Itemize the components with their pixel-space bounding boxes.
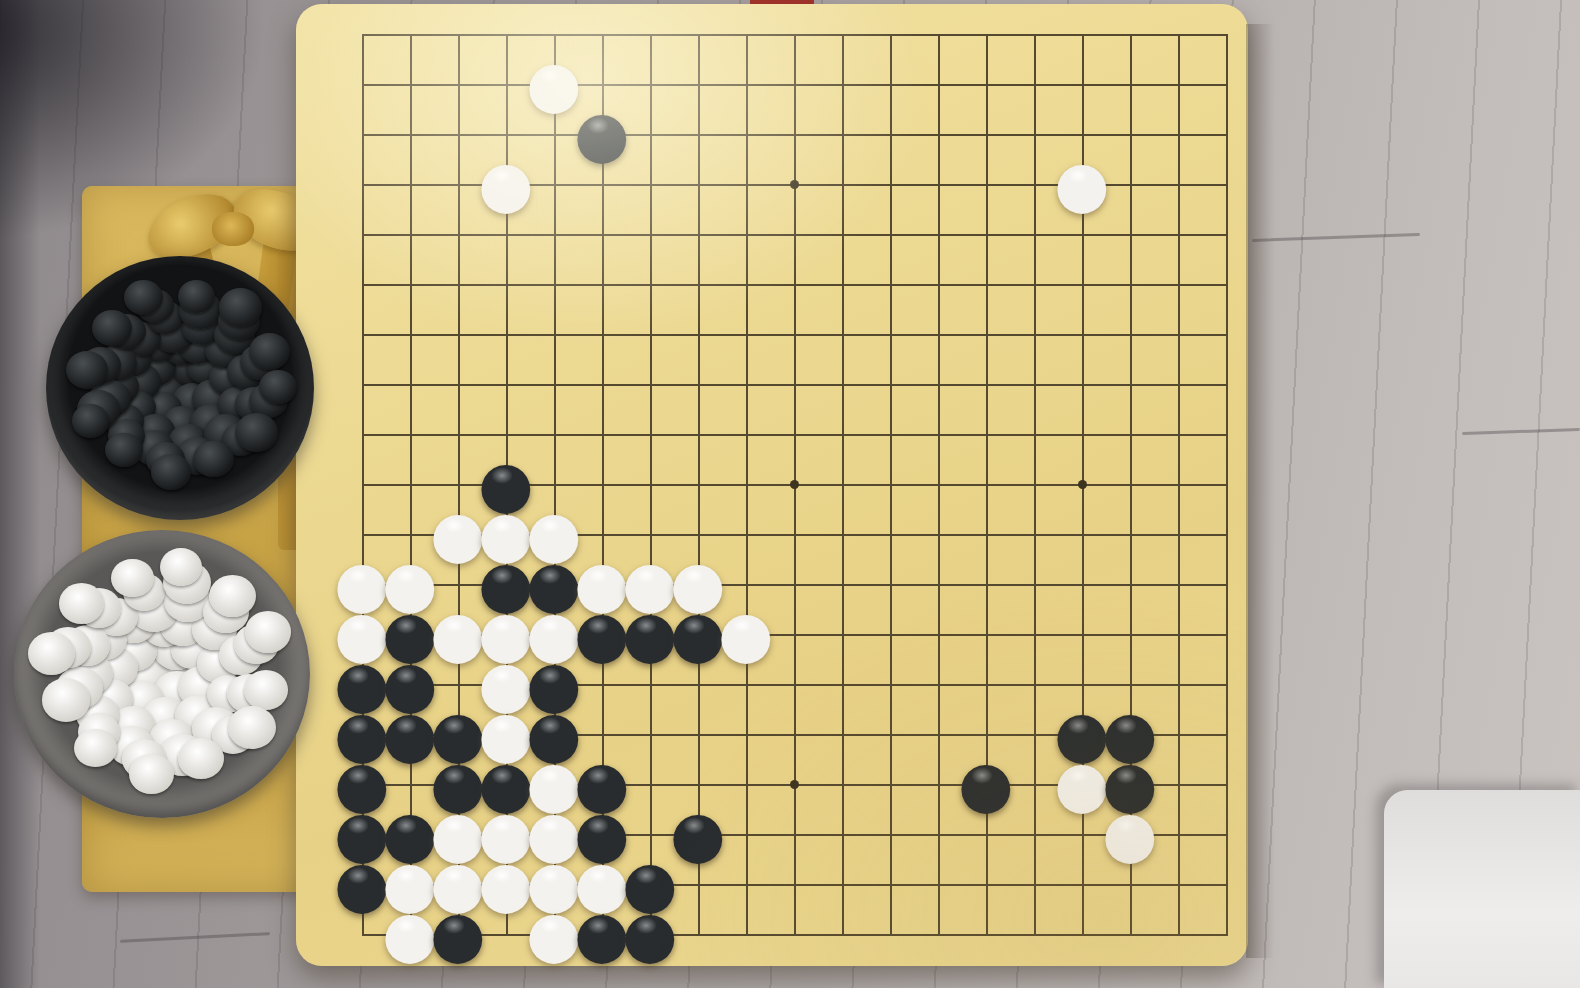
white-stone-highlight [491,867,513,884]
white-stone-highlight [491,517,513,534]
tray-stone [245,611,291,652]
go-stone-white: ● [531,61,577,107]
tray-stone [28,632,75,674]
go-stone-black: ● [963,761,1009,807]
black-stone-highlight [683,617,705,634]
black-stone-highlight [539,567,561,584]
white-stone-highlight [395,917,417,934]
black-stone-highlight [347,767,369,784]
tray-stone [259,370,297,404]
black-stone-highlight [347,667,369,684]
go-stone-black: ● [339,861,385,907]
go-stone-black: ● [387,711,433,757]
white-stone-highlight [491,667,513,684]
black-stone-highlight [491,467,513,484]
go-stone-black: ● [627,911,673,957]
go-stone-white: ● [435,611,481,657]
tray-stone [72,404,109,437]
white-stone-highlight [1067,167,1089,184]
go-stone-white: ● [1107,811,1153,857]
star-point [790,480,799,489]
black-stone-highlight [587,617,609,634]
white-stone-highlight [443,517,465,534]
white-stone-highlight [443,617,465,634]
white-stone-highlight [539,67,561,84]
black-stone-highlight [395,617,417,634]
go-stone-black: ● [579,611,625,657]
floor-plank-seam [1252,233,1420,242]
tray-stone [105,433,143,467]
black-stone-highlight [443,917,465,934]
black-stone-highlight [347,867,369,884]
tray-stone [74,729,117,768]
tray-stone [160,548,202,586]
black-stone-highlight [683,817,705,834]
black-stone-highlight [587,917,609,934]
black-stone-highlight [347,817,369,834]
black-stone-highlight [539,667,561,684]
white-stone-highlight [491,167,513,184]
white-stone-highlight [539,917,561,934]
white-stone-highlight [587,567,609,584]
white-stone-highlight [491,717,513,734]
white-stone-highlight [491,817,513,834]
tray-stone [209,575,256,617]
white-stone-highlight [539,617,561,634]
white-stone-highlight [587,867,609,884]
go-stone-black: ● [579,111,625,157]
tray-stone [235,413,278,452]
black-stone-highlight [635,867,657,884]
black-stone-highlight [587,117,609,134]
white-stone-highlight [1067,767,1089,784]
tray-stone [111,559,154,598]
go-stone-white: ● [1059,761,1105,807]
tray-stone [92,310,132,346]
go-stone-white: ● [1059,161,1105,207]
board-shadow [1246,24,1274,958]
go-stone-black: ● [579,911,625,957]
tray-stone [193,441,234,478]
black-stone-highlight [443,717,465,734]
tray-stone [151,454,191,490]
black-stone-highlight [587,767,609,784]
go-stone-black: ● [675,811,721,857]
star-point [790,780,799,789]
gift-bow-knot [212,212,254,246]
white-stone-highlight [347,567,369,584]
white-stone-highlight [635,567,657,584]
white-stone-highlight [539,817,561,834]
white-stone-highlight [395,567,417,584]
floor-plank-seam [120,932,270,943]
black-stone-highlight [1115,767,1137,784]
black-stone-highlight [635,917,657,934]
black-stone-highlight [971,767,993,784]
go-stone-black: ● [435,911,481,957]
white-panel [1384,790,1580,988]
black-stone-bowl [46,256,314,520]
go-board-grid: ●●●●●●●●●●●●●●●●●●●●●●●●●●●●●●●●●●●●●●●●… [362,34,1228,936]
tray-stone [42,678,90,721]
tray-stone [129,754,174,795]
black-stone-highlight [1067,717,1089,734]
black-stone-highlight [395,817,417,834]
black-stone-highlight [587,817,609,834]
tray-stone [124,280,163,315]
tray-stone [228,706,276,749]
white-stone-highlight [395,867,417,884]
white-stone-highlight [443,817,465,834]
tray-stone [178,738,224,779]
go-stone-white: ● [723,611,769,657]
white-stone-highlight [539,517,561,534]
go-stone-white: ● [435,511,481,557]
white-stone-highlight [539,767,561,784]
black-stone-highlight [491,567,513,584]
go-stone-white: ● [483,861,529,907]
white-stone-highlight [1115,817,1137,834]
tray-stone [66,351,108,389]
go-stone-black: ● [675,611,721,657]
white-stone-highlight [539,867,561,884]
go-stone-white: ● [483,161,529,207]
white-stone-highlight [491,617,513,634]
go-stone-white: ● [531,911,577,957]
star-point [790,180,799,189]
tray-stone [249,333,290,370]
black-stone-highlight [635,617,657,634]
black-stone-highlight [491,767,513,784]
black-stone-highlight [443,767,465,784]
tray-stone [59,583,104,624]
white-stone-highlight [731,617,753,634]
white-stone-bowl [14,530,310,818]
black-stone-highlight [1115,717,1137,734]
star-point [1078,480,1087,489]
black-stone-highlight [395,717,417,734]
photo-scene: ●●●●●●●●●●●●●●●●●●●●●●●●●●●●●●●●●●●●●●●●… [0,0,1580,988]
white-stone-highlight [347,617,369,634]
white-stones-heap [14,530,310,818]
go-board: ●●●●●●●●●●●●●●●●●●●●●●●●●●●●●●●●●●●●●●●●… [296,4,1248,966]
floor-plank-seam [1462,428,1580,435]
black-stone-highlight [395,667,417,684]
tray-stone [178,280,215,313]
tray-stone [244,670,288,710]
black-stone-highlight [347,717,369,734]
go-stone-black: ● [627,611,673,657]
go-stone-white: ● [387,911,433,957]
white-stone-highlight [683,567,705,584]
white-stone-highlight [443,867,465,884]
black-stones-heap [46,256,314,520]
black-stone-highlight [539,717,561,734]
